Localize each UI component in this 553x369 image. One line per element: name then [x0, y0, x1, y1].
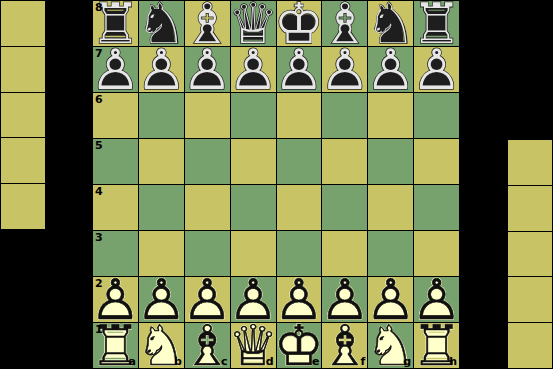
white-rook-outline: ♖: [414, 323, 459, 368]
holding-slot-black-3[interactable]: [1, 93, 45, 138]
square-g7[interactable]: ♟♙: [368, 47, 413, 92]
holding-slot-black-5[interactable]: [1, 184, 45, 229]
square-c1[interactable]: c♝♗: [185, 323, 230, 368]
square-h5[interactable]: [414, 139, 459, 184]
holding-slot-black-4[interactable]: [1, 138, 45, 183]
holdings-tray-white: [507, 139, 553, 369]
white-knight-outline: ♘: [139, 323, 184, 368]
black-pawn-outline: ♙: [93, 47, 138, 92]
black-pawn[interactable]: ♟♙: [277, 47, 322, 92]
black-pawn[interactable]: ♟♙: [322, 47, 367, 92]
black-pawn-outline: ♙: [231, 47, 276, 92]
square-d5[interactable]: [231, 139, 276, 184]
white-queen[interactable]: ♛♕: [231, 323, 276, 368]
holding-slot-black-2[interactable]: [1, 47, 45, 92]
rank-label-3: 3: [95, 232, 103, 243]
white-queen-outline: ♕: [231, 323, 276, 368]
black-pawn-outline: ♙: [414, 47, 459, 92]
square-b4[interactable]: [139, 185, 184, 230]
holding-slot-white-2[interactable]: [508, 186, 552, 231]
holding-slot-white-5[interactable]: [508, 323, 552, 368]
white-bishop-outline: ♗: [322, 323, 367, 368]
chess-app-canvas: 8♜♖♞♘♝♗♛♕♚♔♝♗♞♘♜♖7♟♙♟♙♟♙♟♙♟♙♟♙♟♙♟♙65432♟…: [0, 0, 553, 369]
rank-label-5: 5: [95, 140, 103, 151]
square-b1[interactable]: b♞♘: [139, 323, 184, 368]
square-a1[interactable]: 1a♜♖: [93, 323, 138, 368]
white-knight[interactable]: ♞♘: [139, 323, 184, 368]
black-pawn[interactable]: ♟♙: [231, 47, 276, 92]
square-g5[interactable]: [368, 139, 413, 184]
square-c7[interactable]: ♟♙: [185, 47, 230, 92]
black-pawn[interactable]: ♟♙: [93, 47, 138, 92]
black-pawn[interactable]: ♟♙: [139, 47, 184, 92]
square-a4[interactable]: 4: [93, 185, 138, 230]
white-rook[interactable]: ♜♖: [414, 323, 459, 368]
holdings-tray-black: [0, 0, 46, 230]
black-pawn-outline: ♙: [277, 47, 322, 92]
white-bishop-outline: ♗: [185, 323, 230, 368]
square-h4[interactable]: [414, 185, 459, 230]
square-g4[interactable]: [368, 185, 413, 230]
square-f7[interactable]: ♟♙: [322, 47, 367, 92]
square-f4[interactable]: [322, 185, 367, 230]
square-b5[interactable]: [139, 139, 184, 184]
square-a5[interactable]: 5: [93, 139, 138, 184]
white-knight[interactable]: ♞♘: [368, 323, 413, 368]
square-b7[interactable]: ♟♙: [139, 47, 184, 92]
holding-slot-white-3[interactable]: [508, 232, 552, 277]
square-e7[interactable]: ♟♙: [277, 47, 322, 92]
holding-slot-black-1[interactable]: [1, 1, 45, 46]
white-king[interactable]: ♚♔: [277, 323, 322, 368]
black-pawn-outline: ♙: [368, 47, 413, 92]
square-h1[interactable]: h♜♖: [414, 323, 459, 368]
rank-label-4: 4: [95, 186, 103, 197]
square-d7[interactable]: ♟♙: [231, 47, 276, 92]
black-pawn[interactable]: ♟♙: [368, 47, 413, 92]
chess-board: 8♜♖♞♘♝♗♛♕♚♔♝♗♞♘♜♖7♟♙♟♙♟♙♟♙♟♙♟♙♟♙♟♙65432♟…: [92, 0, 460, 369]
white-bishop[interactable]: ♝♗: [322, 323, 367, 368]
square-g1[interactable]: g♞♘: [368, 323, 413, 368]
square-f1[interactable]: f♝♗: [322, 323, 367, 368]
white-king-outline: ♔: [277, 323, 322, 368]
square-h7[interactable]: ♟♙: [414, 47, 459, 92]
black-pawn[interactable]: ♟♙: [185, 47, 230, 92]
white-knight-outline: ♘: [368, 323, 413, 368]
square-d4[interactable]: [231, 185, 276, 230]
square-f5[interactable]: [322, 139, 367, 184]
white-bishop[interactable]: ♝♗: [185, 323, 230, 368]
white-rook-outline: ♖: [93, 323, 138, 368]
black-pawn-outline: ♙: [322, 47, 367, 92]
square-c5[interactable]: [185, 139, 230, 184]
black-pawn-outline: ♙: [139, 47, 184, 92]
holding-slot-white-4[interactable]: [508, 277, 552, 322]
square-c4[interactable]: [185, 185, 230, 230]
square-e1[interactable]: e♚♔: [277, 323, 322, 368]
black-pawn-outline: ♙: [185, 47, 230, 92]
square-d1[interactable]: d♛♕: [231, 323, 276, 368]
black-pawn[interactable]: ♟♙: [414, 47, 459, 92]
holding-slot-white-1[interactable]: [508, 140, 552, 185]
square-e4[interactable]: [277, 185, 322, 230]
square-e5[interactable]: [277, 139, 322, 184]
square-a7[interactable]: 7♟♙: [93, 47, 138, 92]
white-rook[interactable]: ♜♖: [93, 323, 138, 368]
